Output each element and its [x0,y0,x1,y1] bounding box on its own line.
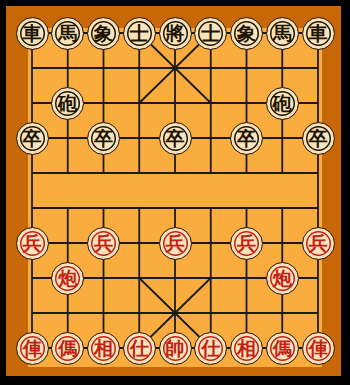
board-intersection[interactable] [264,296,300,331]
board-intersection[interactable]: 卒 [14,121,50,156]
board-intersection[interactable] [86,156,122,191]
board-intersection[interactable] [86,296,122,331]
piece-black-soldier[interactable]: 卒 [16,122,49,155]
board-intersection[interactable] [14,296,50,331]
piece-red-soldier[interactable]: 兵 [87,227,120,260]
board-intersection[interactable]: 兵 [14,226,50,261]
piece-red-soldier[interactable]: 兵 [302,227,335,260]
board-intersection[interactable] [157,156,193,191]
board-intersection[interactable] [193,156,229,191]
piece-red-horse[interactable]: 傌 [51,332,84,365]
board-intersection[interactable]: 帥 [157,331,193,366]
board-intersection[interactable]: 仕 [193,331,229,366]
board-intersection[interactable]: 象 [229,16,265,51]
board-intersection[interactable] [50,226,86,261]
board-intersection[interactable] [50,121,86,156]
board-intersection[interactable] [300,296,336,331]
board-intersection[interactable] [50,51,86,86]
board-intersection[interactable] [229,261,265,296]
board-intersection[interactable]: 兵 [157,226,193,261]
piece-red-chariot[interactable]: 俥 [302,332,335,365]
board-intersection[interactable]: 傌 [264,331,300,366]
board-intersection[interactable] [229,156,265,191]
board-intersection[interactable]: 砲 [264,86,300,121]
board-intersection[interactable] [14,261,50,296]
board-intersection[interactable] [229,51,265,86]
board-intersection[interactable] [264,121,300,156]
board-intersection[interactable] [229,296,265,331]
board-intersection[interactable] [157,86,193,121]
board-intersection[interactable]: 象 [86,16,122,51]
piece-black-elephant[interactable]: 象 [230,17,263,50]
board-intersection[interactable]: 士 [121,16,157,51]
piece-black-horse[interactable]: 馬 [51,17,84,50]
board-intersection[interactable] [14,191,50,226]
board-intersection[interactable]: 仕 [121,331,157,366]
board-intersection[interactable] [121,156,157,191]
board-intersection[interactable] [86,191,122,226]
board-intersection[interactable] [121,296,157,331]
board-intersection[interactable]: 相 [229,331,265,366]
board-intersection[interactable] [86,51,122,86]
board-intersection[interactable] [193,296,229,331]
board-intersection[interactable] [121,121,157,156]
piece-red-general[interactable]: 帥 [159,332,192,365]
board-intersection[interactable] [121,226,157,261]
board-intersection[interactable] [121,261,157,296]
board-intersection[interactable] [264,226,300,261]
board-intersection[interactable]: 相 [86,331,122,366]
board-intersection[interactable] [300,156,336,191]
piece-black-advisor[interactable]: 士 [194,17,227,50]
piece-red-elephant[interactable]: 相 [230,332,263,365]
board-intersection[interactable] [300,191,336,226]
piece-red-cannon[interactable]: 炮 [51,262,84,295]
piece-black-soldier[interactable]: 卒 [87,122,120,155]
piece-red-advisor[interactable]: 仕 [194,332,227,365]
piece-red-horse[interactable]: 傌 [266,332,299,365]
board-intersection[interactable] [264,51,300,86]
board-intersection[interactable]: 馬 [264,16,300,51]
board-intersection[interactable]: 炮 [264,261,300,296]
board-intersection[interactable]: 卒 [157,121,193,156]
board-intersection[interactable] [50,156,86,191]
piece-black-advisor[interactable]: 士 [123,17,156,50]
board-intersection[interactable] [157,191,193,226]
piece-black-chariot[interactable]: 車 [16,17,49,50]
board-intersection[interactable] [121,86,157,121]
piece-black-horse[interactable]: 馬 [266,17,299,50]
board-intersection[interactable] [121,191,157,226]
board-intersection[interactable] [229,191,265,226]
piece-black-cannon[interactable]: 砲 [266,87,299,120]
piece-black-soldier[interactable]: 卒 [230,122,263,155]
board-intersection[interactable]: 將 [157,16,193,51]
xiangqi-app: { "game": "xiangqi", "position": { "fen"… [0,0,350,385]
board-intersection[interactable]: 兵 [86,226,122,261]
board-intersection[interactable]: 兵 [300,226,336,261]
piece-black-general[interactable]: 將 [159,17,192,50]
piece-red-soldier[interactable]: 兵 [16,227,49,260]
board-intersection[interactable] [157,51,193,86]
board-intersection[interactable] [121,51,157,86]
piece-black-soldier[interactable]: 卒 [159,122,192,155]
board-intersection[interactable] [14,156,50,191]
piece-red-chariot[interactable]: 俥 [16,332,49,365]
board-intersection[interactable] [193,86,229,121]
board-intersection[interactable]: 俥 [14,331,50,366]
board-intersection[interactable]: 兵 [229,226,265,261]
board-intersection[interactable] [264,156,300,191]
board-intersection[interactable] [157,261,193,296]
board-grid: 車馬象士將士象馬車砲砲卒卒卒卒卒兵兵兵兵兵炮炮俥傌相仕帥仕相傌俥 [14,16,336,366]
board-intersection[interactable] [300,86,336,121]
board-intersection[interactable]: 砲 [50,86,86,121]
board-intersection[interactable] [50,191,86,226]
piece-black-chariot[interactable]: 車 [302,17,335,50]
board-intersection[interactable] [193,121,229,156]
board-intersection[interactable] [229,86,265,121]
board-intersection[interactable] [14,86,50,121]
piece-black-elephant[interactable]: 象 [87,17,120,50]
piece-red-cannon[interactable]: 炮 [266,262,299,295]
board-intersection[interactable] [264,191,300,226]
board-intersection[interactable]: 傌 [50,331,86,366]
piece-black-soldier[interactable]: 卒 [302,122,335,155]
board-intersection[interactable] [157,296,193,331]
piece-red-soldier[interactable]: 兵 [159,227,192,260]
board-intersection[interactable] [86,261,122,296]
board-intersection[interactable]: 炮 [50,261,86,296]
board-intersection[interactable] [193,51,229,86]
board-intersection[interactable]: 士 [193,16,229,51]
board-intersection[interactable] [14,51,50,86]
board-intersection[interactable] [193,191,229,226]
board-intersection[interactable] [300,261,336,296]
piece-red-elephant[interactable]: 相 [87,332,120,365]
piece-red-advisor[interactable]: 仕 [123,332,156,365]
board-intersection[interactable]: 車 [14,16,50,51]
board-intersection[interactable]: 車 [300,16,336,51]
board-intersection[interactable]: 卒 [86,121,122,156]
board-intersection[interactable]: 俥 [300,331,336,366]
board-intersection[interactable]: 馬 [50,16,86,51]
board-intersection[interactable] [300,51,336,86]
board-intersection[interactable]: 卒 [229,121,265,156]
board-intersection[interactable] [193,226,229,261]
board-intersection[interactable] [193,261,229,296]
board-intersection[interactable] [50,296,86,331]
board-intersection[interactable] [86,86,122,121]
piece-red-soldier[interactable]: 兵 [230,227,263,260]
piece-black-cannon[interactable]: 砲 [51,87,84,120]
board-intersection[interactable]: 卒 [300,121,336,156]
